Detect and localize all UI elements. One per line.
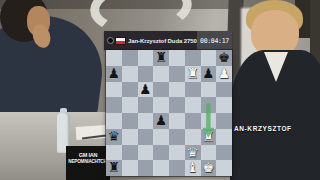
piece-black-pawn-c6: ♟	[138, 82, 154, 98]
square-e3	[169, 129, 185, 145]
poland-flag-icon	[116, 38, 125, 44]
square-a5	[106, 97, 122, 113]
square-f4	[185, 113, 201, 129]
piece-white-rook-g3: ♜	[201, 129, 217, 145]
square-e8	[169, 50, 185, 66]
square-c5	[138, 97, 154, 113]
square-g1: ♚	[201, 160, 217, 176]
square-a1: ♜	[106, 160, 122, 176]
chess-board: ♜♚♟♜♟♟♟♟♛♜♛♜♝♚	[106, 50, 232, 176]
piece-white-queen-f2: ♛	[185, 145, 201, 161]
square-e7	[169, 66, 185, 82]
square-d2	[153, 145, 169, 161]
square-b7	[122, 66, 138, 82]
square-g5	[201, 97, 217, 113]
square-f2: ♛	[185, 145, 201, 161]
square-a7: ♟	[106, 66, 122, 82]
square-d5	[153, 97, 169, 113]
square-c7	[138, 66, 154, 82]
square-d6	[153, 82, 169, 98]
piece-black-rook-a1: ♜	[106, 160, 122, 176]
square-h6	[216, 82, 232, 98]
square-h5	[216, 97, 232, 113]
square-g2	[201, 145, 217, 161]
square-b2	[122, 145, 138, 161]
square-c6: ♟	[138, 82, 154, 98]
square-h4	[216, 113, 232, 129]
square-d1	[153, 160, 169, 176]
square-h1	[216, 160, 232, 176]
square-f5	[185, 97, 201, 113]
black-side-disc-icon	[107, 37, 114, 44]
left-player-name-plate: GM IAN NEPOMNIACHTCHI	[66, 146, 110, 180]
square-d3	[153, 129, 169, 145]
square-c1	[138, 160, 154, 176]
square-f1: ♝	[185, 160, 201, 176]
square-f6	[185, 82, 201, 98]
piece-white-king-g1: ♚	[201, 160, 217, 176]
player-clock: 00:04:17	[197, 31, 232, 50]
square-g7: ♟	[201, 66, 217, 82]
square-e6	[169, 82, 185, 98]
square-f7: ♜	[185, 66, 201, 82]
square-d4: ♟	[153, 113, 169, 129]
square-f3	[185, 129, 201, 145]
square-e4	[169, 113, 185, 129]
square-c4	[138, 113, 154, 129]
square-h7: ♟	[216, 66, 232, 82]
square-a6	[106, 82, 122, 98]
square-a3: ♛	[106, 129, 122, 145]
square-d8: ♜	[153, 50, 169, 66]
square-e1	[169, 160, 185, 176]
square-b8	[122, 50, 138, 66]
square-g3: ♜	[201, 129, 217, 145]
name-plate-line1: GM IAN	[66, 152, 110, 159]
piece-black-pawn-g7: ♟	[201, 66, 217, 82]
square-e2	[169, 145, 185, 161]
broadcast-frame: GM IAN NEPOMNIACHTCHI AN-KRZYSZTOF Jan-K…	[0, 0, 320, 180]
board-header-bar: Jan-Krzysztof Duda 2750 00:04:17	[104, 31, 232, 50]
piece-black-pawn-a7: ♟	[106, 66, 122, 82]
piece-black-queen-a3: ♛	[106, 129, 122, 145]
square-a8	[106, 50, 122, 66]
square-c2	[138, 145, 154, 161]
square-d7	[153, 66, 169, 82]
piece-white-pawn-h7: ♟	[216, 66, 232, 82]
square-g4	[201, 113, 217, 129]
square-a4	[106, 113, 122, 129]
square-h2	[216, 145, 232, 161]
player-rating: 2750	[184, 38, 197, 44]
square-e5	[169, 97, 185, 113]
square-g8	[201, 50, 217, 66]
piece-black-rook-d8: ♜	[153, 50, 169, 66]
square-b6	[122, 82, 138, 98]
square-c3	[138, 129, 154, 145]
piece-white-rook-f7: ♜	[185, 66, 201, 82]
piece-white-bishop-f1: ♝	[185, 160, 201, 176]
square-b1	[122, 160, 138, 176]
player-name-and-rating: Jan-Krzysztof Duda 2750	[128, 38, 197, 44]
square-h8: ♚	[216, 50, 232, 66]
right-player-caption: AN-KRZYSZTOF	[234, 125, 292, 132]
player-name: Jan-Krzysztof Duda	[128, 38, 182, 44]
chess-board-grid: ♜♚♟♜♟♟♟♟♛♜♛♜♝♚	[106, 50, 232, 176]
square-g6	[201, 82, 217, 98]
square-b3	[122, 129, 138, 145]
square-c8	[138, 50, 154, 66]
piece-black-pawn-d4: ♟	[153, 113, 169, 129]
square-a2	[106, 145, 122, 161]
square-f8	[185, 50, 201, 66]
square-b4	[122, 113, 138, 129]
square-b5	[122, 97, 138, 113]
square-h3	[216, 129, 232, 145]
piece-black-king-h8: ♚	[216, 50, 232, 66]
name-plate-line2: NEPOMNIACHTCHI	[66, 159, 110, 165]
